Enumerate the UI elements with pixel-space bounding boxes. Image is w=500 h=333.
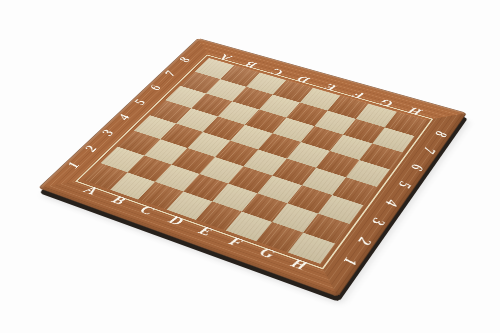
photo-background: AA88BB77CC66DD55EE44FF33GG22HH11 xyxy=(0,0,500,333)
chess-board: AA88BB77CC66DD55EE44FF33GG22HH11 xyxy=(38,38,467,297)
